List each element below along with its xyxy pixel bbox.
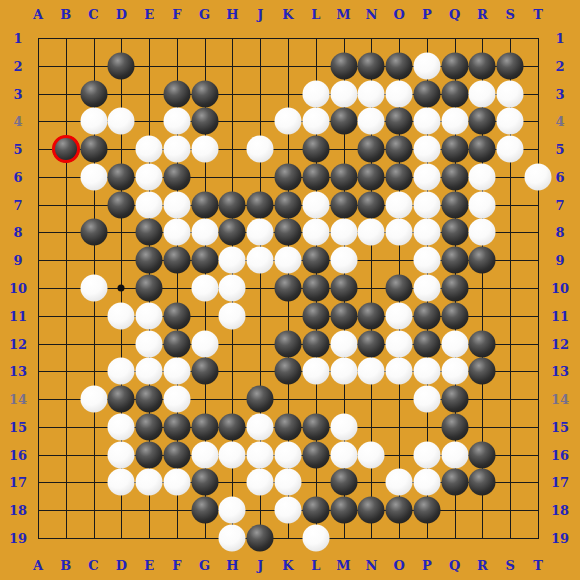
black-stone xyxy=(80,136,107,163)
column-label-top: L xyxy=(311,8,320,21)
white-stone xyxy=(330,219,357,246)
row-label-left: 14 xyxy=(9,393,27,406)
column-label-bottom: O xyxy=(393,559,404,572)
row-label-left: 11 xyxy=(9,309,27,322)
black-stone xyxy=(275,219,302,246)
black-stone xyxy=(469,52,496,79)
row-label-left: 12 xyxy=(9,337,27,350)
column-label-bottom: C xyxy=(88,559,98,572)
white-stone xyxy=(219,525,246,552)
white-stone xyxy=(247,219,274,246)
black-stone xyxy=(163,413,190,440)
black-stone xyxy=(108,52,135,79)
column-label-bottom: L xyxy=(311,559,320,572)
white-stone xyxy=(386,191,413,218)
row-label-left: 10 xyxy=(9,282,27,295)
white-stone xyxy=(497,136,524,163)
black-stone xyxy=(358,191,385,218)
row-label-right: 16 xyxy=(551,448,569,461)
row-label-right: 2 xyxy=(555,59,564,72)
black-stone xyxy=(358,163,385,190)
black-stone xyxy=(108,191,135,218)
black-stone xyxy=(302,302,329,329)
row-label-left: 6 xyxy=(13,170,22,183)
black-stone xyxy=(358,302,385,329)
white-stone xyxy=(136,469,163,496)
white-stone xyxy=(358,108,385,135)
white-stone xyxy=(469,191,496,218)
black-stone xyxy=(136,441,163,468)
column-label-bottom: B xyxy=(60,559,71,572)
white-stone xyxy=(302,219,329,246)
white-stone xyxy=(191,330,218,357)
black-stone xyxy=(275,330,302,357)
row-label-right: 10 xyxy=(551,282,569,295)
white-stone xyxy=(302,191,329,218)
white-stone xyxy=(247,469,274,496)
white-stone xyxy=(163,108,190,135)
black-stone xyxy=(108,163,135,190)
row-label-left: 2 xyxy=(13,59,22,72)
white-stone xyxy=(163,386,190,413)
black-stone xyxy=(469,330,496,357)
column-label-top: F xyxy=(172,8,181,21)
row-label-left: 4 xyxy=(13,115,22,128)
white-stone xyxy=(413,219,440,246)
white-stone xyxy=(413,247,440,274)
column-label-top: M xyxy=(336,8,350,21)
white-stone xyxy=(302,358,329,385)
black-stone xyxy=(80,80,107,107)
row-label-right: 15 xyxy=(551,420,569,433)
row-label-left: 13 xyxy=(9,365,27,378)
column-label-bottom: G xyxy=(199,559,210,572)
black-stone xyxy=(358,497,385,524)
row-label-right: 6 xyxy=(555,170,564,183)
black-stone xyxy=(108,386,135,413)
black-stone xyxy=(497,52,524,79)
black-stone xyxy=(136,413,163,440)
white-stone xyxy=(413,136,440,163)
black-stone xyxy=(302,330,329,357)
black-stone xyxy=(358,136,385,163)
white-stone xyxy=(358,80,385,107)
black-stone xyxy=(413,302,440,329)
white-stone xyxy=(302,108,329,135)
white-stone xyxy=(275,469,302,496)
white-stone xyxy=(163,469,190,496)
black-stone xyxy=(163,441,190,468)
white-stone xyxy=(163,191,190,218)
black-stone xyxy=(386,497,413,524)
white-stone xyxy=(469,163,496,190)
column-label-bottom: M xyxy=(336,559,350,572)
black-stone xyxy=(441,191,468,218)
black-stone xyxy=(330,497,357,524)
white-stone xyxy=(330,413,357,440)
column-label-top: H xyxy=(226,8,238,21)
white-stone xyxy=(108,108,135,135)
white-stone xyxy=(413,275,440,302)
black-stone xyxy=(302,136,329,163)
black-stone xyxy=(80,219,107,246)
black-stone xyxy=(219,413,246,440)
black-stone xyxy=(469,108,496,135)
white-stone xyxy=(136,358,163,385)
row-label-right: 3 xyxy=(555,87,564,100)
white-stone xyxy=(247,247,274,274)
black-stone xyxy=(136,247,163,274)
row-label-left: 1 xyxy=(13,32,22,45)
black-stone xyxy=(441,275,468,302)
black-stone xyxy=(441,136,468,163)
black-stone xyxy=(358,330,385,357)
black-stone xyxy=(386,163,413,190)
black-stone xyxy=(441,247,468,274)
black-stone xyxy=(191,497,218,524)
row-label-right: 8 xyxy=(555,226,564,239)
column-label-bottom: J xyxy=(257,559,263,572)
black-stone xyxy=(469,247,496,274)
white-stone xyxy=(358,219,385,246)
black-stone xyxy=(330,163,357,190)
white-stone xyxy=(413,469,440,496)
row-label-right: 18 xyxy=(551,504,569,517)
row-label-right: 7 xyxy=(555,198,564,211)
row-label-right: 4 xyxy=(555,115,564,128)
black-stone xyxy=(275,275,302,302)
row-label-left: 18 xyxy=(9,504,27,517)
black-stone xyxy=(302,497,329,524)
white-stone xyxy=(247,413,274,440)
white-stone xyxy=(386,219,413,246)
white-stone xyxy=(330,80,357,107)
row-label-right: 12 xyxy=(551,337,569,350)
black-stone xyxy=(469,358,496,385)
black-stone xyxy=(441,302,468,329)
column-label-bottom: N xyxy=(365,559,377,572)
white-stone xyxy=(247,441,274,468)
row-label-left: 3 xyxy=(13,87,22,100)
white-stone xyxy=(275,247,302,274)
column-label-bottom: F xyxy=(172,559,181,572)
black-stone xyxy=(302,247,329,274)
white-stone xyxy=(302,80,329,107)
black-stone xyxy=(163,163,190,190)
white-stone xyxy=(80,386,107,413)
white-stone xyxy=(108,302,135,329)
white-stone xyxy=(413,441,440,468)
white-stone xyxy=(275,108,302,135)
white-stone xyxy=(191,136,218,163)
black-stone xyxy=(302,275,329,302)
black-stone xyxy=(275,358,302,385)
white-stone xyxy=(525,163,552,190)
black-stone xyxy=(163,247,190,274)
column-label-top: C xyxy=(88,8,98,21)
black-stone xyxy=(413,80,440,107)
black-stone xyxy=(441,386,468,413)
white-stone xyxy=(219,441,246,468)
column-label-bottom: Q xyxy=(449,559,460,572)
black-stone xyxy=(330,302,357,329)
white-stone xyxy=(386,358,413,385)
column-label-bottom: R xyxy=(477,559,488,572)
black-stone xyxy=(469,136,496,163)
black-stone xyxy=(191,247,218,274)
white-stone xyxy=(386,302,413,329)
white-stone xyxy=(497,80,524,107)
column-label-bottom: T xyxy=(533,559,543,572)
white-stone xyxy=(219,247,246,274)
black-stone xyxy=(386,108,413,135)
black-stone xyxy=(219,219,246,246)
black-stone xyxy=(247,191,274,218)
white-stone xyxy=(497,108,524,135)
black-stone xyxy=(191,80,218,107)
row-label-left: 9 xyxy=(13,254,22,267)
white-stone xyxy=(413,386,440,413)
black-stone xyxy=(247,386,274,413)
column-label-bottom: A xyxy=(33,559,43,572)
column-label-top: J xyxy=(257,8,263,21)
white-stone xyxy=(163,136,190,163)
white-stone xyxy=(386,80,413,107)
white-stone xyxy=(108,469,135,496)
white-stone xyxy=(136,136,163,163)
black-stone xyxy=(441,413,468,440)
column-label-bottom: S xyxy=(506,559,515,572)
white-stone xyxy=(302,525,329,552)
black-stone xyxy=(136,275,163,302)
row-label-left: 16 xyxy=(9,448,27,461)
white-stone xyxy=(108,358,135,385)
white-stone xyxy=(219,302,246,329)
white-stone xyxy=(358,358,385,385)
black-stone xyxy=(330,108,357,135)
white-stone xyxy=(191,275,218,302)
white-stone xyxy=(441,358,468,385)
white-stone xyxy=(80,275,107,302)
row-label-left: 17 xyxy=(9,476,27,489)
white-stone xyxy=(358,441,385,468)
black-stone xyxy=(275,413,302,440)
black-stone xyxy=(219,191,246,218)
row-label-right: 19 xyxy=(551,532,569,545)
black-stone xyxy=(441,469,468,496)
white-stone xyxy=(413,108,440,135)
column-label-bottom: H xyxy=(226,559,238,572)
column-label-bottom: P xyxy=(422,559,432,572)
black-stone xyxy=(163,80,190,107)
white-stone xyxy=(136,191,163,218)
black-stone xyxy=(441,80,468,107)
go-board[interactable]: AABBCCDDEEFFGGHHJJKKLLMMNNOOPPQQRRSSTT11… xyxy=(0,0,580,580)
black-stone xyxy=(330,191,357,218)
white-stone xyxy=(136,330,163,357)
star-point xyxy=(118,285,125,292)
white-stone xyxy=(441,330,468,357)
white-stone xyxy=(441,441,468,468)
white-stone xyxy=(413,191,440,218)
column-label-top: S xyxy=(506,8,515,21)
black-stone xyxy=(386,136,413,163)
black-stone xyxy=(275,163,302,190)
column-label-top: B xyxy=(60,8,71,21)
white-stone xyxy=(441,108,468,135)
white-stone xyxy=(191,219,218,246)
last-move-marker xyxy=(52,135,80,163)
black-stone xyxy=(191,358,218,385)
white-stone xyxy=(330,330,357,357)
black-stone xyxy=(330,469,357,496)
column-label-top: R xyxy=(477,8,488,21)
black-stone xyxy=(191,108,218,135)
row-label-right: 14 xyxy=(551,393,569,406)
white-stone xyxy=(108,441,135,468)
black-stone xyxy=(386,275,413,302)
row-label-right: 11 xyxy=(551,309,569,322)
black-stone xyxy=(247,525,274,552)
black-stone xyxy=(441,219,468,246)
column-label-top: Q xyxy=(449,8,460,21)
white-stone xyxy=(191,441,218,468)
white-stone xyxy=(275,441,302,468)
white-stone xyxy=(80,163,107,190)
white-stone xyxy=(108,413,135,440)
row-label-left: 7 xyxy=(13,198,22,211)
column-label-top: T xyxy=(533,8,543,21)
white-stone xyxy=(136,163,163,190)
black-stone xyxy=(358,52,385,79)
column-label-top: O xyxy=(393,8,404,21)
black-stone xyxy=(386,52,413,79)
white-stone xyxy=(413,358,440,385)
white-stone xyxy=(469,219,496,246)
row-label-left: 5 xyxy=(13,143,22,156)
row-label-right: 1 xyxy=(555,32,564,45)
white-stone xyxy=(386,330,413,357)
column-label-top: D xyxy=(116,8,127,21)
column-label-top: N xyxy=(365,8,377,21)
white-stone xyxy=(330,441,357,468)
white-stone xyxy=(413,163,440,190)
white-stone xyxy=(413,52,440,79)
row-label-left: 15 xyxy=(9,420,27,433)
white-stone xyxy=(80,108,107,135)
white-stone xyxy=(247,136,274,163)
white-stone xyxy=(275,497,302,524)
row-label-left: 19 xyxy=(9,532,27,545)
black-stone xyxy=(275,191,302,218)
black-stone xyxy=(441,163,468,190)
column-label-bottom: K xyxy=(282,559,293,572)
black-stone xyxy=(413,497,440,524)
column-label-top: P xyxy=(422,8,432,21)
column-label-top: G xyxy=(199,8,210,21)
column-label-top: A xyxy=(33,8,43,21)
black-stone xyxy=(136,219,163,246)
column-label-top: E xyxy=(144,8,154,21)
row-label-right: 9 xyxy=(555,254,564,267)
white-stone xyxy=(163,358,190,385)
white-stone xyxy=(386,469,413,496)
black-stone xyxy=(330,275,357,302)
row-label-right: 17 xyxy=(551,476,569,489)
white-stone xyxy=(330,358,357,385)
black-stone xyxy=(191,413,218,440)
row-label-right: 13 xyxy=(551,365,569,378)
white-stone xyxy=(469,80,496,107)
row-label-right: 5 xyxy=(555,143,564,156)
white-stone xyxy=(136,302,163,329)
column-label-bottom: E xyxy=(144,559,154,572)
column-label-top: K xyxy=(282,8,293,21)
white-stone xyxy=(163,219,190,246)
black-stone xyxy=(302,413,329,440)
black-stone xyxy=(136,386,163,413)
black-stone xyxy=(469,469,496,496)
black-stone xyxy=(191,191,218,218)
black-stone xyxy=(330,52,357,79)
black-stone xyxy=(302,163,329,190)
black-stone xyxy=(302,441,329,468)
white-stone xyxy=(330,247,357,274)
white-stone xyxy=(219,275,246,302)
black-stone xyxy=(191,469,218,496)
white-stone xyxy=(219,497,246,524)
black-stone xyxy=(469,441,496,468)
black-stone xyxy=(163,302,190,329)
black-stone xyxy=(413,330,440,357)
black-stone xyxy=(441,52,468,79)
column-label-bottom: D xyxy=(116,559,127,572)
black-stone xyxy=(163,330,190,357)
row-label-left: 8 xyxy=(13,226,22,239)
